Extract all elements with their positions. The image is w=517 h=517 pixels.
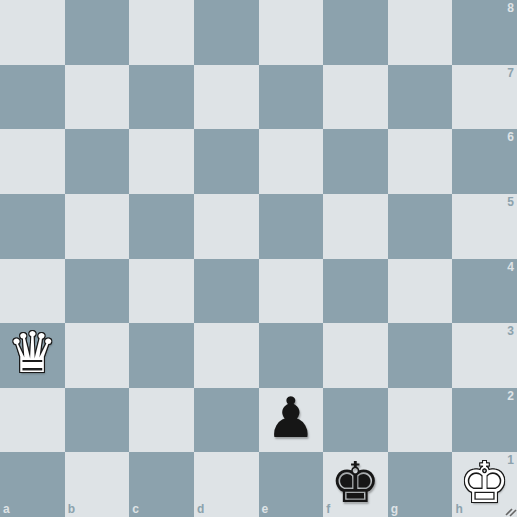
rank-label-3: 3 — [507, 325, 514, 337]
chess-board-wrap: 87654♛3♟2abcdef♚gh1♚ — [0, 0, 517, 517]
square-a6[interactable] — [0, 129, 65, 194]
square-c6[interactable] — [129, 129, 194, 194]
file-label-b: b — [68, 503, 75, 515]
square-a2[interactable] — [0, 388, 65, 453]
rank-label-6: 6 — [507, 131, 514, 143]
square-a4[interactable] — [0, 259, 65, 324]
square-a5[interactable] — [0, 194, 65, 259]
square-f1[interactable]: f♚ — [323, 452, 388, 517]
square-h7[interactable]: 7 — [452, 65, 517, 130]
square-d3[interactable] — [194, 323, 259, 388]
square-h8[interactable]: 8 — [452, 0, 517, 65]
file-label-e: e — [262, 503, 269, 515]
resize-grip-icon — [501, 501, 517, 517]
rank-label-4: 4 — [507, 261, 514, 273]
square-a8[interactable] — [0, 0, 65, 65]
square-g2[interactable] — [388, 388, 453, 453]
white-queen[interactable]: ♛ — [7, 325, 57, 381]
file-label-d: d — [197, 503, 204, 515]
square-f5[interactable] — [323, 194, 388, 259]
square-e8[interactable] — [259, 0, 324, 65]
square-b7[interactable] — [65, 65, 130, 130]
rank-label-7: 7 — [507, 67, 514, 79]
square-f3[interactable] — [323, 323, 388, 388]
square-c2[interactable] — [129, 388, 194, 453]
square-f2[interactable] — [323, 388, 388, 453]
square-c1[interactable]: c — [129, 452, 194, 517]
square-f7[interactable] — [323, 65, 388, 130]
square-b5[interactable] — [65, 194, 130, 259]
square-f4[interactable] — [323, 259, 388, 324]
square-g7[interactable] — [388, 65, 453, 130]
square-c4[interactable] — [129, 259, 194, 324]
square-h6[interactable]: 6 — [452, 129, 517, 194]
square-f6[interactable] — [323, 129, 388, 194]
file-label-a: a — [3, 503, 10, 515]
square-h4[interactable]: 4 — [452, 259, 517, 324]
square-e4[interactable] — [259, 259, 324, 324]
chess-board: 87654♛3♟2abcdef♚gh1♚ — [0, 0, 517, 517]
square-g4[interactable] — [388, 259, 453, 324]
square-g5[interactable] — [388, 194, 453, 259]
square-a7[interactable] — [0, 65, 65, 130]
square-e2[interactable]: ♟ — [259, 388, 324, 453]
square-d5[interactable] — [194, 194, 259, 259]
square-g6[interactable] — [388, 129, 453, 194]
square-e7[interactable] — [259, 65, 324, 130]
file-label-c: c — [132, 503, 139, 515]
square-a1[interactable]: a — [0, 452, 65, 517]
square-e1[interactable]: e — [259, 452, 324, 517]
square-h2[interactable]: 2 — [452, 388, 517, 453]
square-g3[interactable] — [388, 323, 453, 388]
rank-label-8: 8 — [507, 2, 514, 14]
square-b2[interactable] — [65, 388, 130, 453]
square-b3[interactable] — [65, 323, 130, 388]
file-label-g: g — [391, 503, 398, 515]
square-h5[interactable]: 5 — [452, 194, 517, 259]
rank-label-5: 5 — [507, 196, 514, 208]
rank-label-2: 2 — [507, 390, 514, 402]
board-resize-handle[interactable] — [501, 501, 517, 517]
square-h3[interactable]: 3 — [452, 323, 517, 388]
square-e3[interactable] — [259, 323, 324, 388]
black-king[interactable]: ♚ — [330, 455, 380, 511]
square-f8[interactable] — [323, 0, 388, 65]
square-g1[interactable]: g — [388, 452, 453, 517]
black-pawn[interactable]: ♟ — [266, 390, 316, 446]
square-d1[interactable]: d — [194, 452, 259, 517]
square-b4[interactable] — [65, 259, 130, 324]
square-d4[interactable] — [194, 259, 259, 324]
square-d6[interactable] — [194, 129, 259, 194]
square-b6[interactable] — [65, 129, 130, 194]
square-c3[interactable] — [129, 323, 194, 388]
square-c8[interactable] — [129, 0, 194, 65]
square-d2[interactable] — [194, 388, 259, 453]
square-g8[interactable] — [388, 0, 453, 65]
square-a3[interactable]: ♛ — [0, 323, 65, 388]
square-b8[interactable] — [65, 0, 130, 65]
square-c5[interactable] — [129, 194, 194, 259]
square-d8[interactable] — [194, 0, 259, 65]
square-e5[interactable] — [259, 194, 324, 259]
square-b1[interactable]: b — [65, 452, 130, 517]
square-d7[interactable] — [194, 65, 259, 130]
square-c7[interactable] — [129, 65, 194, 130]
square-e6[interactable] — [259, 129, 324, 194]
